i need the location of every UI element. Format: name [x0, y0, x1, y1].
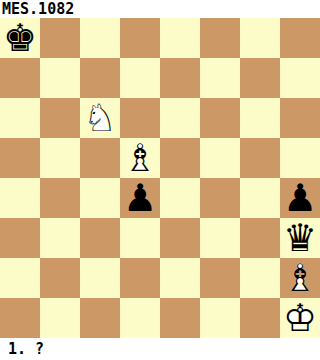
white-bishop-icon: ♗: [120, 138, 160, 178]
black-pawn-icon: ♟: [280, 178, 320, 218]
square-c6[interactable]: ♞♘: [80, 98, 120, 138]
square-g8[interactable]: [240, 18, 280, 58]
square-h4[interactable]: ♟: [280, 178, 320, 218]
chess-board: ♚♞♘♝♗♟♟♛♝♗♚♔: [0, 18, 320, 338]
square-e6[interactable]: [160, 98, 200, 138]
square-e8[interactable]: [160, 18, 200, 58]
square-f4[interactable]: [200, 178, 240, 218]
square-e2[interactable]: [160, 258, 200, 298]
square-e7[interactable]: [160, 58, 200, 98]
square-g1[interactable]: [240, 298, 280, 338]
square-a7[interactable]: [0, 58, 40, 98]
square-f2[interactable]: [200, 258, 240, 298]
square-g4[interactable]: [240, 178, 280, 218]
square-c7[interactable]: [80, 58, 120, 98]
square-f3[interactable]: [200, 218, 240, 258]
square-e4[interactable]: [160, 178, 200, 218]
square-c1[interactable]: [80, 298, 120, 338]
square-b4[interactable]: [40, 178, 80, 218]
square-d3[interactable]: [120, 218, 160, 258]
square-e1[interactable]: [160, 298, 200, 338]
square-e3[interactable]: [160, 218, 200, 258]
square-h7[interactable]: [280, 58, 320, 98]
square-g5[interactable]: [240, 138, 280, 178]
square-b8[interactable]: [40, 18, 80, 58]
square-b3[interactable]: [40, 218, 80, 258]
square-d8[interactable]: [120, 18, 160, 58]
square-d6[interactable]: [120, 98, 160, 138]
square-b6[interactable]: [40, 98, 80, 138]
square-e5[interactable]: [160, 138, 200, 178]
square-d5[interactable]: ♝♗: [120, 138, 160, 178]
black-king-icon: ♚: [0, 18, 40, 58]
square-b5[interactable]: [40, 138, 80, 178]
square-f6[interactable]: [200, 98, 240, 138]
square-c3[interactable]: [80, 218, 120, 258]
square-d7[interactable]: [120, 58, 160, 98]
square-c8[interactable]: [80, 18, 120, 58]
square-d2[interactable]: [120, 258, 160, 298]
square-h1[interactable]: ♚♔: [280, 298, 320, 338]
black-queen-icon: ♛: [280, 218, 320, 258]
square-g7[interactable]: [240, 58, 280, 98]
square-d1[interactable]: [120, 298, 160, 338]
square-g2[interactable]: [240, 258, 280, 298]
square-f1[interactable]: [200, 298, 240, 338]
square-a2[interactable]: [0, 258, 40, 298]
square-a4[interactable]: [0, 178, 40, 218]
square-a6[interactable]: [0, 98, 40, 138]
white-knight-icon: ♘: [80, 98, 120, 138]
white-king-icon: ♔: [280, 298, 320, 338]
square-b7[interactable]: [40, 58, 80, 98]
white-bishop-icon: ♗: [280, 258, 320, 298]
title-bar: MES.1082: [0, 0, 320, 18]
square-b2[interactable]: [40, 258, 80, 298]
square-h3[interactable]: ♛: [280, 218, 320, 258]
square-a8[interactable]: ♚: [0, 18, 40, 58]
square-b1[interactable]: [40, 298, 80, 338]
square-h6[interactable]: [280, 98, 320, 138]
square-g3[interactable]: [240, 218, 280, 258]
square-a1[interactable]: [0, 298, 40, 338]
square-h2[interactable]: ♝♗: [280, 258, 320, 298]
black-pawn-icon: ♟: [120, 178, 160, 218]
square-a5[interactable]: [0, 138, 40, 178]
square-f5[interactable]: [200, 138, 240, 178]
square-f7[interactable]: [200, 58, 240, 98]
square-h8[interactable]: [280, 18, 320, 58]
move-prompt: 1. ?: [8, 340, 44, 358]
square-a3[interactable]: [0, 218, 40, 258]
square-c2[interactable]: [80, 258, 120, 298]
footer-bar: 1. ?: [0, 338, 320, 360]
square-c5[interactable]: [80, 138, 120, 178]
square-f8[interactable]: [200, 18, 240, 58]
square-g6[interactable]: [240, 98, 280, 138]
square-c4[interactable]: [80, 178, 120, 218]
square-h5[interactable]: [280, 138, 320, 178]
square-d4[interactable]: ♟: [120, 178, 160, 218]
